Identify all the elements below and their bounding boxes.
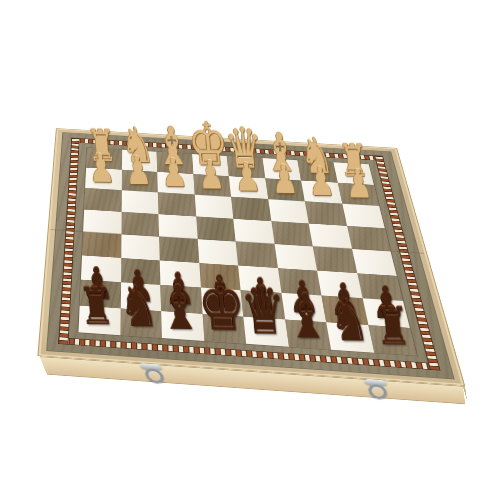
board-square: ♜: [78, 305, 120, 335]
board-square: [236, 241, 278, 267]
board-square: ♟: [265, 178, 305, 201]
board-square: [197, 239, 238, 265]
white-pawn-piece: ♟: [196, 155, 226, 195]
white-pawn-piece: ♟: [87, 149, 117, 188]
board-square: [347, 226, 391, 252]
black-queen-piece: ♛: [239, 278, 289, 344]
scene-transform: ♜♞♝♚♛♝♞♜♟♟♟♟♟♟♟♟♟♟♟♟♟♟♟♟♜♞♝♚♛♝♞♜: [0, 12, 500, 488]
board-square: [352, 249, 397, 276]
white-pawn-piece: ♟: [269, 160, 299, 200]
white-pawn-piece: ♟: [343, 164, 373, 204]
board-grid: ♜♞♝♚♛♝♞♜♟♟♟♟♟♟♟♟♟♟♟♟♟♟♟♟♜♞♝♚♛♝♞♜: [78, 148, 416, 356]
chess-board: ♜♞♝♚♛♝♞♜♟♟♟♟♟♟♟♟♟♟♟♟♟♟♟♟♜♞♝♚♛♝♞♜: [37, 128, 465, 386]
board-square: ♚: [202, 314, 246, 344]
board-square: ♟: [85, 167, 121, 190]
board-square: ♟: [121, 170, 157, 193]
latch-clasp-icon: [364, 378, 387, 386]
white-pawn-piece: ♟: [233, 157, 263, 197]
board-square: ♝: [161, 311, 204, 341]
board-square: ♟: [301, 180, 342, 203]
latch-clasp-icon: [139, 362, 162, 370]
board-square: ♝: [285, 319, 331, 350]
perspective-camera: ♜♞♝♚♛♝♞♜♟♟♟♟♟♟♟♟♟♟♟♟♟♟♟♟♜♞♝♚♛♝♞♜: [0, 12, 500, 488]
board-square: [194, 195, 233, 219]
white-pawn-piece: ♟: [306, 162, 336, 202]
board-square: [158, 214, 197, 239]
board-square: [159, 237, 199, 263]
board-square: [121, 234, 160, 260]
board-square: [158, 192, 196, 216]
board-square: ♟: [157, 172, 194, 195]
board-square: ♞: [326, 322, 374, 353]
clasp-ring-icon: [367, 384, 388, 400]
black-knight-piece: ♞: [328, 292, 372, 350]
board-square: ♞: [120, 308, 162, 338]
white-pawn-piece: ♟: [159, 153, 189, 192]
board-square: [82, 232, 121, 258]
board-square: ♟: [337, 182, 379, 205]
clasp-ring-icon: [143, 368, 166, 384]
black-knight-piece: ♞: [117, 278, 160, 335]
board-square: [274, 244, 317, 270]
board-square: [305, 201, 347, 225]
white-pawn-piece: ♟: [123, 151, 153, 190]
black-bishop-piece: ♝: [283, 285, 330, 347]
board-square: [271, 221, 313, 246]
product-photo: ♜♞♝♚♛♝♞♜♟♟♟♟♟♟♟♟♟♟♟♟♟♟♟♟♜♞♝♚♛♝♞♜: [0, 0, 500, 500]
board-square: ♜: [368, 325, 417, 356]
black-rook-piece: ♜: [373, 301, 412, 353]
board-square: ♛: [243, 316, 288, 346]
board-frame: ♜♞♝♚♛♝♞♜♟♟♟♟♟♟♟♟♟♟♟♟♟♟♟♟♜♞♝♚♛♝♞♜: [37, 128, 465, 386]
board-square: [83, 209, 121, 234]
black-rook-piece: ♜: [78, 281, 117, 332]
